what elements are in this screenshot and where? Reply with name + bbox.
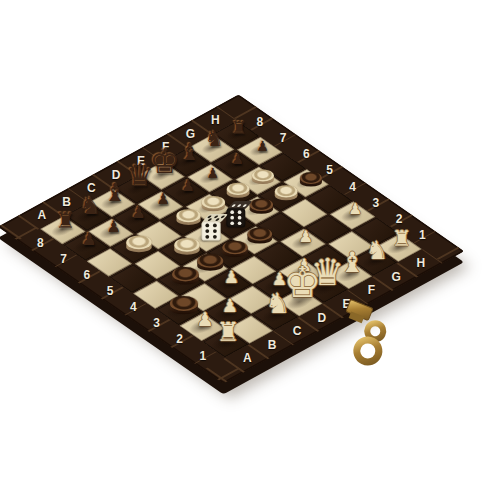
checker-top [170,296,198,311]
checker-dark[interactable] [247,227,272,243]
rank-label-left-7: 7 [51,250,75,268]
die-pip [242,204,247,207]
product-photo-scene: chess (wooden folding travel set shown w… [0,0,500,500]
rank-label-left-3: 3 [144,315,168,333]
chess-piece-dark-pawn[interactable]: ♟ [59,231,119,248]
die-pip [205,229,209,233]
die-pip [230,216,234,220]
checker-top [174,238,199,252]
rank-label-right-4: 4 [340,178,364,196]
rank-label-left-1: 1 [191,347,215,365]
checker-top [227,183,250,195]
chess-piece-light-pawn[interactable]: ♟ [276,229,336,245]
rank-label-right-6: 6 [294,145,318,163]
checker-top [202,196,225,209]
checker-light[interactable] [252,170,274,184]
checker-top [197,254,223,268]
checker-light[interactable] [275,185,298,200]
file-label-near-A: A [235,349,259,367]
file-label-near-C: C [285,322,309,340]
die-black[interactable] [227,201,245,227]
checker-top [252,170,274,182]
file-label-near-D: D [309,308,333,326]
checker-top [250,199,273,212]
die-pip [213,235,217,239]
checker-light[interactable] [174,238,199,255]
die-front-face [202,222,221,241]
die-pip [230,221,234,225]
die-pip [230,211,234,215]
checker-dark[interactable] [250,199,273,214]
rank-label-left-5: 5 [98,282,122,300]
die-pip [238,216,242,220]
checker-top [222,241,247,255]
checker-light[interactable] [202,196,225,211]
rank-label-left-8: 8 [28,234,52,252]
die-pip [205,224,209,228]
rank-label-left-4: 4 [121,298,145,316]
die-pip [238,211,242,215]
die-pip [213,224,217,228]
file-label-near-H: H [409,254,433,272]
checker-dark[interactable] [222,241,247,258]
checker-top [177,209,201,222]
checker-top [300,172,322,184]
checker-top [126,236,151,250]
checker-light[interactable] [227,183,250,198]
rank-label-left-6: 6 [74,266,98,284]
rank-label-left-2: 2 [167,331,191,349]
die-pip [213,229,217,233]
file-label-near-B: B [260,336,284,354]
die-pip [220,215,225,218]
checker-top [247,227,272,240]
file-label-near-G: G [384,267,408,285]
checker-light[interactable] [177,209,201,225]
checker-light[interactable] [126,236,151,253]
die-front-face [227,208,246,226]
die-white[interactable] [202,214,221,241]
checker-top [275,185,298,197]
checker-top [172,267,199,281]
chess-piece-light-rook[interactable]: ♜ [198,319,258,345]
checker-dark[interactable] [172,267,199,284]
clasp-keyhole-plate [353,320,390,366]
chess-piece-light-pawn[interactable]: ♟ [325,202,385,217]
clasp-hinge-bracket [344,299,373,325]
die-pip [238,221,242,225]
checker-dark[interactable] [300,172,322,186]
die-pip [205,235,209,239]
brass-clasp[interactable] [334,296,410,374]
